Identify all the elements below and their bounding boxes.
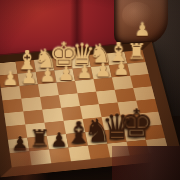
square-f3[interactable] bbox=[38, 83, 59, 97]
square-e4[interactable] bbox=[59, 93, 80, 107]
photo-scene: ♝♞♚♛♞♝♜♟♟♟♟♟♟♟♟♜♟♝♞♛♚♟ bbox=[0, 0, 180, 180]
square-g5[interactable] bbox=[23, 110, 44, 125]
square-e8[interactable] bbox=[68, 146, 90, 162]
square-g4[interactable] bbox=[21, 97, 42, 112]
square-e3[interactable] bbox=[57, 81, 78, 95]
square-f4[interactable] bbox=[40, 95, 61, 110]
piece-white-pawn-h2[interactable]: ♟ bbox=[0, 70, 32, 86]
square-h5[interactable] bbox=[4, 111, 25, 126]
square-a3[interactable] bbox=[130, 74, 151, 88]
square-h3[interactable] bbox=[1, 86, 22, 100]
square-h2[interactable]: ♟ bbox=[0, 74, 19, 88]
table-glint-right bbox=[112, 146, 180, 180]
table-glint-left bbox=[0, 148, 66, 180]
